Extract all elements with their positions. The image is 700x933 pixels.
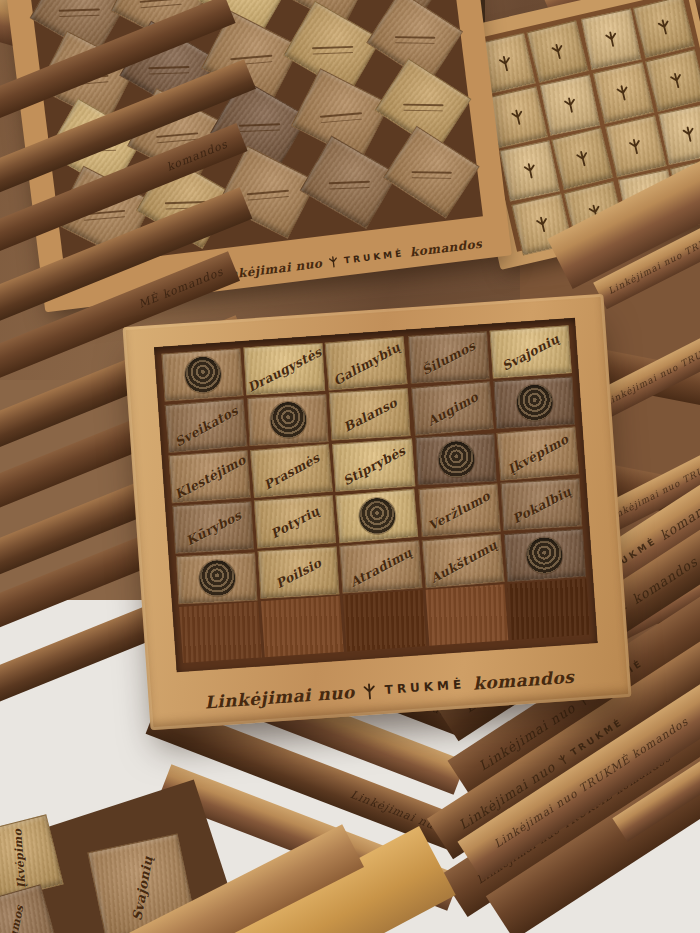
engraving-mark [140, 0, 182, 3]
word-cube[interactable] [161, 348, 243, 401]
trukme-sprout-logo-icon [549, 42, 566, 61]
pinecone-icon [437, 441, 475, 479]
cube-grid: Draugystės Galimybių Šilumos Svajonių Sv… [161, 325, 586, 605]
cube-front-face [179, 602, 262, 663]
inscription-brand: TRUKMĖ [384, 677, 465, 697]
cube-word: Veržlumo [426, 488, 493, 533]
cube-word: Aukštumų [427, 537, 499, 586]
word-cube[interactable]: Pokalbių [500, 478, 582, 530]
board-well: Draugystės Galimybių Šilumos Svajonių Sv… [154, 318, 598, 673]
pinecone-icon [269, 401, 307, 439]
logo-cube[interactable] [658, 104, 700, 165]
cube-word: Pokalbių [509, 483, 573, 526]
word-cube[interactable]: Svajonių [489, 325, 571, 378]
engraving-mark [402, 103, 443, 106]
engraving-mark [238, 123, 279, 126]
word-cube[interactable]: Potyrių [254, 495, 336, 548]
trukme-sprout-logo-icon [655, 18, 672, 37]
inscription-brand: TRUKMĖ [344, 248, 405, 265]
engraving-mark [411, 171, 452, 174]
cube-front-face [507, 579, 590, 640]
engraving-mark [320, 112, 362, 118]
word-cube[interactable]: Draugystės [244, 343, 326, 395]
logo-cube[interactable] [605, 115, 667, 177]
cube-front-face [425, 584, 508, 645]
cube-word: Sveikatos [172, 402, 240, 449]
word-cube[interactable]: Sveikatos [165, 398, 248, 452]
trukme-sprout-logo-icon [328, 255, 339, 268]
word-cube[interactable]: Veržlumo [418, 484, 500, 537]
logo-cube[interactable] [580, 9, 641, 70]
logo-cube[interactable] [592, 62, 654, 124]
logo-cube[interactable] [499, 140, 560, 201]
cube-word: Klestėjimo [172, 452, 248, 502]
cube-word: Galimybių [331, 339, 403, 388]
word-cube[interactable] [382, 126, 479, 219]
pinecone-icon [198, 559, 236, 597]
word-cube[interactable]: Atradimų [340, 540, 422, 593]
word-cube[interactable] [176, 552, 257, 604]
trukme-sprout-logo-icon [667, 71, 684, 90]
cube-word: Šilumos [419, 338, 478, 378]
wooden-puzzle-scene: MĖ komandos [0, 0, 700, 933]
cube-word: Draugystės [245, 344, 324, 395]
cube-front-face [261, 596, 344, 657]
trukme-sprout-logo-icon [680, 125, 697, 144]
word-cube[interactable]: Galimybių [325, 336, 408, 390]
inscription-suffix: komandos [409, 237, 483, 260]
word-cube[interactable]: Aukštumų [421, 534, 504, 588]
engraving-mark [156, 132, 198, 138]
word-cube[interactable]: Poilsio [258, 546, 340, 598]
main-board: Draugystės Galimybių Šilumos Svajonių Sv… [122, 294, 631, 731]
trukme-sprout-logo-icon [574, 149, 591, 168]
cube-word: Įkvėpimo [505, 431, 571, 477]
inscription-suffix: komandos [472, 667, 574, 694]
trukme-sprout-logo-icon [556, 752, 570, 766]
trukme-sprout-logo-icon [509, 108, 526, 127]
word-cube[interactable]: Balanso [329, 388, 411, 440]
cube-word: Atradimų [347, 544, 414, 589]
trukme-sprout-logo-icon [562, 96, 579, 115]
engraving-mark [312, 46, 353, 49]
cube-word: Prasmės [261, 449, 322, 492]
cube-word: Įkvėpimo [11, 828, 28, 888]
word-cube[interactable]: Kūrybos [172, 501, 254, 553]
logo-cube[interactable] [527, 20, 589, 83]
engraving-mark [246, 190, 288, 196]
word-cube[interactable] [493, 377, 575, 429]
logo-cube[interactable] [633, 0, 695, 59]
cube-word: Stiprybės [340, 442, 408, 487]
word-cube[interactable]: Stiprybės [333, 438, 415, 491]
word-cube[interactable]: Įkvėpimo [496, 426, 579, 480]
word-cube[interactable]: Prasmės [250, 444, 333, 498]
inscription-prefix: Linkėjimai nuo [204, 682, 355, 712]
trukme-sprout-logo-icon [362, 682, 377, 700]
trukme-sprout-logo-icon [521, 162, 538, 181]
trukme-sprout-logo-icon [627, 137, 644, 156]
engraving-mark [230, 55, 272, 61]
word-cube[interactable]: Augimo [411, 381, 494, 435]
engraving-mark [148, 66, 189, 69]
pinecone-icon [526, 536, 564, 574]
cube-word: Balanso [341, 394, 399, 434]
pinecone-icon [515, 384, 553, 422]
cube-word: Svajonių [499, 331, 561, 374]
word-cube[interactable]: Klestėjimo [169, 450, 251, 503]
cube-front-face [343, 590, 426, 651]
cube-word: Svajonių [129, 855, 155, 922]
engraving-mark [394, 36, 435, 39]
cube-word: Kūrybos [183, 507, 243, 548]
logo-cube[interactable] [540, 74, 601, 135]
pinecone-icon [358, 497, 397, 536]
cube-word: Šilumos [3, 903, 26, 933]
cube-word: Augimo [424, 389, 480, 429]
word-cube[interactable] [336, 489, 419, 543]
cube-word: Potyrių [268, 503, 322, 541]
engraving-mark [58, 8, 99, 11]
word-cube[interactable] [504, 529, 586, 582]
logo-cube[interactable] [645, 49, 700, 112]
word-cube[interactable] [415, 433, 496, 485]
pinecone-icon [183, 356, 221, 394]
word-cube[interactable] [300, 136, 399, 229]
cube-word: Poilsio [274, 555, 325, 591]
engraving-mark [328, 181, 369, 184]
trukme-sprout-logo-icon [615, 84, 632, 103]
word-cube[interactable] [247, 394, 328, 446]
trukme-sprout-logo-icon [496, 54, 513, 73]
trukme-sprout-logo-icon [534, 215, 551, 234]
trukme-sprout-logo-icon [602, 30, 619, 49]
logo-cube[interactable] [552, 127, 614, 190]
word-cube[interactable]: Šilumos [408, 331, 490, 383]
